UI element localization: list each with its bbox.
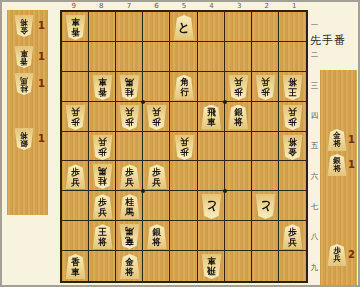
piece-kanji: 歩 xyxy=(71,117,80,127)
piece-桂馬-gote[interactable]: 桂馬 xyxy=(14,73,34,95)
square-3-2[interactable] xyxy=(225,42,252,72)
square-6-7[interactable] xyxy=(143,191,170,221)
piece-kanji: 桂 xyxy=(20,84,28,93)
piece-kanji: 歩 xyxy=(288,117,297,127)
piece-kanji: 行 xyxy=(180,87,189,97)
file-label-5: 5 xyxy=(170,2,198,10)
piece-kanji: 将 xyxy=(98,237,107,247)
piece-kanji: 飛 xyxy=(207,267,216,277)
square-8-9[interactable] xyxy=(89,251,116,281)
square-7-5[interactable] xyxy=(116,132,143,162)
square-4-1[interactable] xyxy=(198,12,225,42)
piece-歩兵-sente[interactable]: 歩兵 xyxy=(327,244,347,266)
hand-count-桂馬: 1 xyxy=(38,78,45,89)
piece-kanji: 馬 xyxy=(125,227,134,237)
piece-kanji: 歩 xyxy=(153,167,162,177)
square-7-1[interactable] xyxy=(116,12,143,42)
square-4-5[interactable] xyxy=(198,132,225,162)
piece-kanji: 歩 xyxy=(98,197,107,207)
piece-kanji: 車 xyxy=(207,257,216,267)
square-1-6[interactable] xyxy=(279,161,306,191)
piece-kanji: 桂 xyxy=(125,87,134,97)
square-9-2[interactable] xyxy=(62,42,89,72)
piece-kanji: 歩 xyxy=(261,87,270,97)
piece-kanji: 兵 xyxy=(98,207,107,217)
square-3-1[interactable] xyxy=(225,12,252,42)
file-label-9: 9 xyxy=(60,2,88,10)
rank-label-4: 四 xyxy=(309,101,320,131)
file-coordinates: 987654321 xyxy=(60,2,308,10)
piece-kanji: 馬 xyxy=(125,77,134,87)
turn-indicator: 先手番 xyxy=(302,33,354,48)
hoshi-dot xyxy=(223,189,227,193)
piece-kanji: 車 xyxy=(207,117,216,127)
piece-kanji: 歩 xyxy=(125,117,134,127)
sente-captured-tray: 金将1銀将1歩兵2 xyxy=(320,70,357,287)
square-3-6[interactable] xyxy=(225,161,252,191)
hand-count-歩兵: 2 xyxy=(348,249,355,260)
piece-kanji: 香 xyxy=(71,27,80,37)
gote-captured-tray: 金将1香車1桂馬1銀将1 xyxy=(7,10,48,215)
piece-kanji: 竜 xyxy=(125,237,134,247)
piece-kanji: 馬 xyxy=(125,207,134,217)
square-3-5[interactable] xyxy=(225,132,252,162)
piece-kanji: 兵 xyxy=(98,137,107,147)
hand-count-銀将: 1 xyxy=(38,133,45,144)
square-1-7[interactable] xyxy=(279,191,306,221)
square-9-7[interactable] xyxy=(62,191,89,221)
square-7-2[interactable] xyxy=(116,42,143,72)
piece-kanji: 金 xyxy=(125,257,134,267)
square-2-9[interactable] xyxy=(252,251,279,281)
hand-count-香車: 1 xyxy=(38,51,45,62)
piece-kanji: 将 xyxy=(153,237,162,247)
piece-kanji: 兵 xyxy=(234,77,243,87)
piece-kanji: 歩 xyxy=(180,147,189,157)
piece-kanji: 兵 xyxy=(125,177,134,187)
square-5-8[interactable] xyxy=(170,221,197,251)
square-5-4[interactable] xyxy=(170,102,197,132)
piece-kanji: 香 xyxy=(71,257,80,267)
hoshi-dot xyxy=(141,100,145,104)
rank-label-3: 三 xyxy=(309,71,320,101)
square-6-1[interactable] xyxy=(143,12,170,42)
piece-kanji: 王 xyxy=(98,227,107,237)
square-6-3[interactable] xyxy=(143,72,170,102)
piece-kanji: 香 xyxy=(98,87,107,97)
piece-銀将-gote[interactable]: 銀将 xyxy=(14,128,34,150)
piece-kanji: 将 xyxy=(234,117,243,127)
piece-kanji: と xyxy=(259,200,271,213)
piece-kanji: 車 xyxy=(98,77,107,87)
hand-count-銀将: 1 xyxy=(348,159,355,170)
shogi-board: 香車と香車桂馬角行歩兵歩兵王将歩兵歩兵歩兵飛車銀将歩兵歩兵歩兵金将歩兵桂馬歩兵歩… xyxy=(60,10,308,283)
piece-kanji: 兵 xyxy=(333,255,341,264)
rank-label-9: 九 xyxy=(309,253,320,283)
piece-kanji: 歩 xyxy=(288,227,297,237)
piece-kanji: 銀 xyxy=(234,107,243,117)
square-2-4[interactable] xyxy=(252,102,279,132)
file-label-3: 3 xyxy=(225,2,253,10)
square-8-2[interactable] xyxy=(89,42,116,72)
piece-kanji: 車 xyxy=(71,267,80,277)
square-2-2[interactable] xyxy=(252,42,279,72)
square-2-5[interactable] xyxy=(252,132,279,162)
piece-kanji: 兵 xyxy=(125,107,134,117)
piece-kanji: 銀 xyxy=(20,139,28,148)
square-4-2[interactable] xyxy=(198,42,225,72)
piece-kanji: 桂 xyxy=(125,197,134,207)
piece-kanji: 兵 xyxy=(153,107,162,117)
piece-kanji: 銀 xyxy=(153,227,162,237)
hand-count-金将: 1 xyxy=(38,20,45,31)
file-label-7: 7 xyxy=(115,2,143,10)
piece-kanji: 将 xyxy=(288,77,297,87)
piece-kanji: 桂 xyxy=(98,177,107,187)
piece-kanji: 金 xyxy=(288,147,297,157)
piece-kanji: 将 xyxy=(288,137,297,147)
piece-kanji: 王 xyxy=(288,87,297,97)
piece-kanji: 馬 xyxy=(98,167,107,177)
square-1-9[interactable] xyxy=(279,251,306,281)
square-4-6[interactable] xyxy=(198,161,225,191)
piece-kanji: 将 xyxy=(20,18,28,27)
piece-kanji: 将 xyxy=(20,131,28,140)
hoshi-dot xyxy=(223,100,227,104)
rank-coordinates: 一二三四五六七八九 xyxy=(309,10,320,283)
square-9-3[interactable] xyxy=(62,72,89,102)
rank-label-6: 六 xyxy=(309,162,320,192)
piece-kanji: 香 xyxy=(20,57,28,66)
piece-金将-gote[interactable]: 金将 xyxy=(14,15,34,37)
piece-kanji: 歩 xyxy=(153,117,162,127)
square-6-2[interactable] xyxy=(143,42,170,72)
hoshi-dot xyxy=(141,189,145,193)
square-9-5[interactable] xyxy=(62,132,89,162)
piece-香車-gote[interactable]: 香車 xyxy=(14,46,34,68)
piece-kanji: 馬 xyxy=(20,76,28,85)
square-4-3[interactable] xyxy=(198,72,225,102)
piece-kanji: と xyxy=(178,21,190,34)
square-3-7[interactable] xyxy=(225,191,252,221)
file-label-4: 4 xyxy=(198,2,226,10)
square-4-8[interactable] xyxy=(198,221,225,251)
piece-kanji: 兵 xyxy=(71,177,80,187)
square-8-4[interactable] xyxy=(89,102,116,132)
shogi-diagram: 987654321 金将1香車1桂馬1銀将1 香車と香車桂馬角行歩兵歩兵王将歩兵… xyxy=(0,0,360,287)
piece-kanji: 歩 xyxy=(71,167,80,177)
piece-kanji: 歩 xyxy=(98,147,107,157)
piece-kanji: 兵 xyxy=(153,177,162,187)
square-3-9[interactable] xyxy=(225,251,252,281)
square-5-7[interactable] xyxy=(170,191,197,221)
rank-label-7: 七 xyxy=(309,192,320,222)
square-2-8[interactable] xyxy=(252,221,279,251)
square-2-6[interactable] xyxy=(252,161,279,191)
file-label-1: 1 xyxy=(281,2,309,10)
piece-kanji: 兵 xyxy=(71,107,80,117)
hand-count-金将: 1 xyxy=(348,134,355,145)
square-2-1[interactable] xyxy=(252,12,279,42)
piece-kanji: 飛 xyxy=(207,107,216,117)
piece-kanji: 将 xyxy=(333,140,341,149)
piece-kanji: 将 xyxy=(125,267,134,277)
rank-label-5: 五 xyxy=(309,131,320,161)
piece-kanji: 車 xyxy=(20,49,28,58)
piece-kanji: 兵 xyxy=(288,107,297,117)
square-3-8[interactable] xyxy=(225,221,252,251)
square-5-2[interactable] xyxy=(170,42,197,72)
file-label-8: 8 xyxy=(88,2,116,10)
square-8-1[interactable] xyxy=(89,12,116,42)
piece-銀将-sente[interactable]: 銀将 xyxy=(327,154,347,176)
piece-kanji: 歩 xyxy=(234,87,243,97)
rank-label-8: 八 xyxy=(309,222,320,252)
piece-kanji: 兵 xyxy=(261,77,270,87)
piece-kanji: 兵 xyxy=(288,237,297,247)
piece-kanji: 車 xyxy=(71,17,80,27)
piece-kanji: 角 xyxy=(180,77,189,87)
piece-kanji: と xyxy=(205,200,217,213)
square-5-6[interactable] xyxy=(170,161,197,191)
piece-kanji: 金 xyxy=(20,26,28,35)
file-label-6: 6 xyxy=(143,2,171,10)
square-6-5[interactable] xyxy=(143,132,170,162)
file-label-2: 2 xyxy=(253,2,281,10)
piece-kanji: 歩 xyxy=(125,167,134,177)
piece-kanji: 将 xyxy=(333,165,341,174)
piece-金将-sente[interactable]: 金将 xyxy=(327,129,347,151)
piece-kanji: 兵 xyxy=(180,137,189,147)
square-6-9[interactable] xyxy=(143,251,170,281)
square-5-9[interactable] xyxy=(170,251,197,281)
square-9-8[interactable] xyxy=(62,221,89,251)
